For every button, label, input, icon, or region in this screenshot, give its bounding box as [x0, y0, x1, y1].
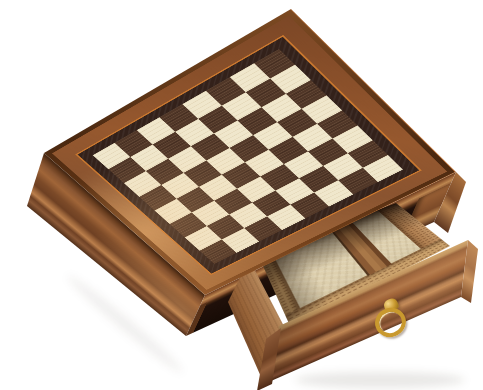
chess-box-photo [0, 0, 483, 390]
drawer-cast-shadow [295, 372, 465, 388]
